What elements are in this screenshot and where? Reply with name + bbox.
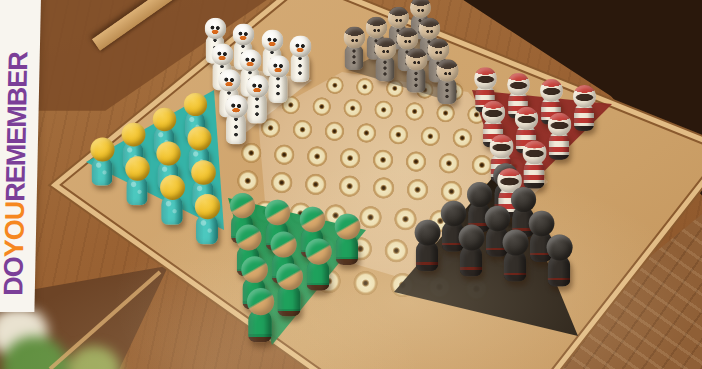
peg-black-4-head xyxy=(414,219,440,245)
peg-gray-4-head xyxy=(343,26,365,48)
peg-teal-10-head xyxy=(194,193,219,218)
peg-teal-3-head xyxy=(121,122,145,146)
peg-green-7-head xyxy=(305,238,331,264)
peg-green-2-head xyxy=(264,199,289,224)
peg-red-9-head xyxy=(522,140,546,164)
peg-white-4-head xyxy=(289,35,311,57)
table-front-edge-highlight xyxy=(50,272,160,369)
peg-black-7-head xyxy=(458,224,484,250)
peg-black-6-head xyxy=(484,205,510,231)
peg-black-5-head xyxy=(510,186,535,211)
peg-teal-9-head xyxy=(160,175,185,200)
peg-gray-6-head xyxy=(396,27,418,49)
peg-white-7-head xyxy=(267,55,289,77)
peg-gray-9-head xyxy=(405,48,427,70)
peg-teal-2-head xyxy=(152,107,175,130)
peg-teal-8-head xyxy=(191,160,216,185)
peg-teal-1-head xyxy=(183,92,206,115)
peg-white-8-head xyxy=(218,69,241,92)
peg-black-8-head xyxy=(528,210,554,236)
peg-gray-2-head xyxy=(387,6,408,27)
logo-you: You xyxy=(0,202,30,258)
peg-red-1-head xyxy=(474,67,497,90)
peg-red-3-head xyxy=(540,79,563,102)
photo-scene: DoYouRemember xyxy=(0,0,702,369)
peg-red-2-head xyxy=(507,73,530,96)
peg-white-6-head xyxy=(239,49,261,71)
peg-white-10-head xyxy=(224,94,247,117)
peg-teal-4-head xyxy=(90,137,114,161)
peg-gray-5-head xyxy=(418,17,440,39)
peg-white-3-head xyxy=(261,29,283,51)
logo-remember: Remember xyxy=(0,52,33,202)
peg-black-2-head xyxy=(466,181,491,206)
peg-white-9-head xyxy=(246,75,269,98)
peg-green-9-head xyxy=(276,263,303,290)
peg-green-6-head xyxy=(270,231,296,257)
peg-teal-5-head xyxy=(187,126,211,150)
doyouremember-logo-banner: DoYouRemember xyxy=(0,0,41,312)
peg-black-10-head xyxy=(546,234,572,260)
peg-teal-7-head xyxy=(125,156,149,180)
peg-teal-6-head xyxy=(156,141,180,165)
peg-green-10-head xyxy=(246,287,273,314)
peg-red-4-head xyxy=(573,85,596,108)
peg-red-5-head xyxy=(481,100,504,123)
peg-gray-1-head xyxy=(409,0,430,18)
logo-text: DoYouRemember xyxy=(0,52,34,296)
peg-red-7-head xyxy=(547,112,571,136)
peg-white-5-head xyxy=(211,43,233,65)
peg-gray-7-head xyxy=(374,37,396,59)
peg-red-6-head xyxy=(514,106,537,129)
peg-green-8-head xyxy=(241,256,268,283)
peg-gray-10-head xyxy=(436,59,458,81)
peg-gray-3-head xyxy=(365,16,387,38)
peg-black-9-head xyxy=(502,229,528,255)
peg-gray-8-head xyxy=(427,38,449,60)
peg-green-3-head xyxy=(299,206,325,232)
peg-green-4-head xyxy=(334,213,360,239)
peg-green-1-head xyxy=(229,192,254,217)
peg-green-5-head xyxy=(235,224,261,250)
peg-white-1-head xyxy=(204,17,226,39)
peg-white-2-head xyxy=(232,23,254,45)
logo-do: Do xyxy=(0,257,29,296)
peg-red-8-head xyxy=(489,134,513,158)
peg-black-3-head xyxy=(440,200,465,225)
